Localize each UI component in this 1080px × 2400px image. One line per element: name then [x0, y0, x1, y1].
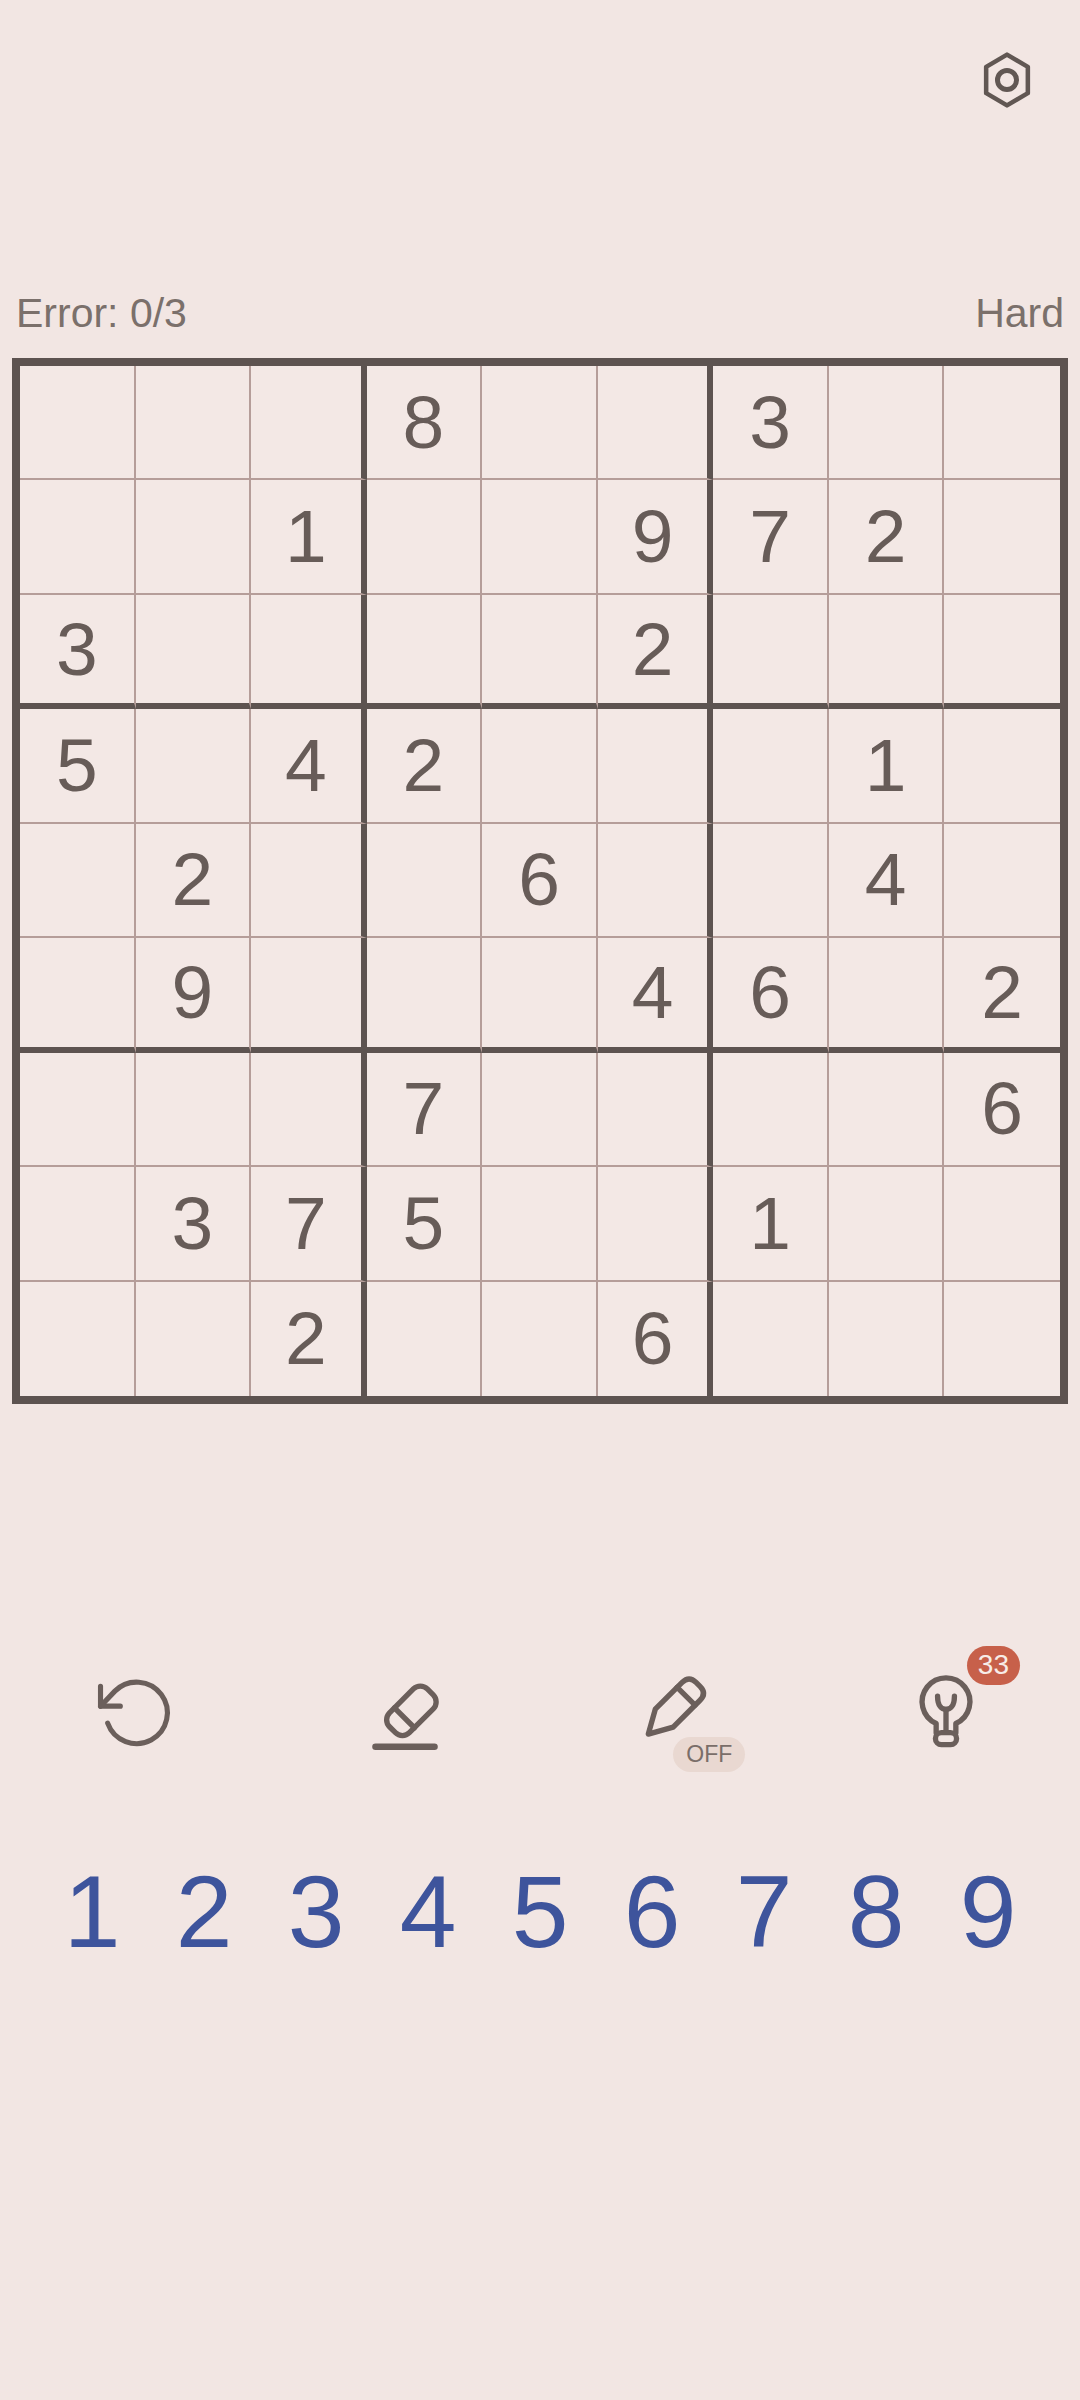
sudoku-cell-r9c9[interactable]: [944, 1282, 1060, 1396]
eraser-icon: [360, 1668, 450, 1758]
sudoku-cell-r8c5[interactable]: [482, 1167, 598, 1281]
undo-icon: [93, 1672, 175, 1754]
sudoku-cell-r3c3[interactable]: [251, 595, 367, 709]
sudoku-cell-r9c8[interactable]: [829, 1282, 945, 1396]
sudoku-cell-r1c5[interactable]: [482, 366, 598, 480]
sudoku-cell-r9c2[interactable]: [136, 1282, 252, 1396]
difficulty-label: Hard: [975, 290, 1064, 337]
sudoku-cell-r5c8[interactable]: 4: [829, 824, 945, 938]
sudoku-cell-r7c4[interactable]: 7: [367, 1053, 483, 1167]
numpad-1[interactable]: 1: [52, 1861, 132, 1963]
sudoku-cell-r7c1[interactable]: [20, 1053, 136, 1167]
undo-button[interactable]: [88, 1658, 180, 1768]
sudoku-cell-r8c1[interactable]: [20, 1167, 136, 1281]
sudoku-cell-r5c7[interactable]: [713, 824, 829, 938]
sudoku-cell-r8c4[interactable]: 5: [367, 1167, 483, 1281]
sudoku-cell-r2c6[interactable]: 9: [598, 480, 714, 594]
hint-count-badge: 33: [967, 1646, 1020, 1685]
sudoku-cell-r5c2[interactable]: 2: [136, 824, 252, 938]
sudoku-cell-r8c2[interactable]: 3: [136, 1167, 252, 1281]
sudoku-cell-r5c5[interactable]: 6: [482, 824, 598, 938]
sudoku-cell-r3c1[interactable]: 3: [20, 595, 136, 709]
pencil-mode-button[interactable]: OFF: [629, 1658, 721, 1768]
sudoku-cell-r3c8[interactable]: [829, 595, 945, 709]
sudoku-cell-r4c2[interactable]: [136, 709, 252, 823]
numpad-8[interactable]: 8: [836, 1861, 916, 1963]
sudoku-cell-r9c6[interactable]: 6: [598, 1282, 714, 1396]
sudoku-cell-r9c4[interactable]: [367, 1282, 483, 1396]
sudoku-cell-r8c9[interactable]: [944, 1167, 1060, 1281]
sudoku-cell-r7c7[interactable]: [713, 1053, 829, 1167]
sudoku-cell-r2c2[interactable]: [136, 480, 252, 594]
sudoku-cell-r7c5[interactable]: [482, 1053, 598, 1167]
sudoku-cell-r2c1[interactable]: [20, 480, 136, 594]
sudoku-cell-r3c7[interactable]: [713, 595, 829, 709]
sudoku-cell-r2c5[interactable]: [482, 480, 598, 594]
pencil-off-badge: OFF: [673, 1737, 745, 1772]
sudoku-cell-r7c9[interactable]: 6: [944, 1053, 1060, 1167]
sudoku-cell-r8c7[interactable]: 1: [713, 1167, 829, 1281]
sudoku-cell-r4c9[interactable]: [944, 709, 1060, 823]
sudoku-cell-r5c1[interactable]: [20, 824, 136, 938]
sudoku-cell-r1c1[interactable]: [20, 366, 136, 480]
sudoku-cell-r1c6[interactable]: [598, 366, 714, 480]
sudoku-cell-r2c8[interactable]: 2: [829, 480, 945, 594]
sudoku-cell-r4c4[interactable]: 2: [367, 709, 483, 823]
sudoku-cell-r8c3[interactable]: 7: [251, 1167, 367, 1281]
sudoku-cell-r2c9[interactable]: [944, 480, 1060, 594]
sudoku-cell-r5c3[interactable]: [251, 824, 367, 938]
sudoku-cell-r2c3[interactable]: 1: [251, 480, 367, 594]
numpad-5[interactable]: 5: [500, 1861, 580, 1963]
sudoku-cell-r6c3[interactable]: [251, 938, 367, 1052]
sudoku-cell-r2c4[interactable]: [367, 480, 483, 594]
sudoku-cell-r5c6[interactable]: [598, 824, 714, 938]
sudoku-cell-r2c7[interactable]: 7: [713, 480, 829, 594]
sudoku-cell-r5c9[interactable]: [944, 824, 1060, 938]
sudoku-cell-r7c3[interactable]: [251, 1053, 367, 1167]
sudoku-cell-r4c8[interactable]: 1: [829, 709, 945, 823]
sudoku-cell-r1c8[interactable]: [829, 366, 945, 480]
sudoku-cell-r3c4[interactable]: [367, 595, 483, 709]
sudoku-cell-r5c4[interactable]: [367, 824, 483, 938]
sudoku-cell-r3c2[interactable]: [136, 595, 252, 709]
numpad-3[interactable]: 3: [276, 1861, 356, 1963]
numpad-9[interactable]: 9: [948, 1861, 1028, 1963]
sudoku-cell-r1c9[interactable]: [944, 366, 1060, 480]
sudoku-cell-r6c5[interactable]: [482, 938, 598, 1052]
settings-button[interactable]: [972, 46, 1042, 116]
sudoku-cell-r1c7[interactable]: 3: [713, 366, 829, 480]
sudoku-cell-r6c8[interactable]: [829, 938, 945, 1052]
sudoku-cell-r8c8[interactable]: [829, 1167, 945, 1281]
sudoku-cell-r6c1[interactable]: [20, 938, 136, 1052]
hint-button[interactable]: 33: [900, 1658, 992, 1768]
numpad-4[interactable]: 4: [388, 1861, 468, 1963]
numpad-2[interactable]: 2: [164, 1861, 244, 1963]
sudoku-cell-r6c7[interactable]: 6: [713, 938, 829, 1052]
sudoku-cell-r4c3[interactable]: 4: [251, 709, 367, 823]
sudoku-cell-r9c5[interactable]: [482, 1282, 598, 1396]
sudoku-cell-r1c4[interactable]: 8: [367, 366, 483, 480]
sudoku-cell-r6c9[interactable]: 2: [944, 938, 1060, 1052]
sudoku-cell-r1c3[interactable]: [251, 366, 367, 480]
sudoku-cell-r8c6[interactable]: [598, 1167, 714, 1281]
toolbar: OFF 33: [0, 1658, 1080, 1768]
numpad-6[interactable]: 6: [612, 1861, 692, 1963]
sudoku-cell-r4c6[interactable]: [598, 709, 714, 823]
sudoku-board: 831972325421264946276375126: [12, 358, 1068, 1404]
sudoku-cell-r9c1[interactable]: [20, 1282, 136, 1396]
sudoku-cell-r7c6[interactable]: [598, 1053, 714, 1167]
sudoku-app-screen: Error: 0/3 Hard 831972325421264946276375…: [0, 0, 1080, 2400]
sudoku-cell-r9c7[interactable]: [713, 1282, 829, 1396]
number-pad: 123456789: [0, 1842, 1080, 1982]
sudoku-cell-r6c4[interactable]: [367, 938, 483, 1052]
sudoku-cell-r3c6[interactable]: 2: [598, 595, 714, 709]
sudoku-cell-r7c8[interactable]: [829, 1053, 945, 1167]
numpad-7[interactable]: 7: [724, 1861, 804, 1963]
sudoku-cell-r6c2[interactable]: 9: [136, 938, 252, 1052]
sudoku-cell-r3c9[interactable]: [944, 595, 1060, 709]
eraser-button[interactable]: [359, 1658, 451, 1768]
error-counter: Error: 0/3: [16, 290, 187, 337]
sudoku-cell-r4c5[interactable]: [482, 709, 598, 823]
sudoku-cell-r4c7[interactable]: [713, 709, 829, 823]
sudoku-cell-r1c2[interactable]: [136, 366, 252, 480]
sudoku-cell-r6c6[interactable]: 4: [598, 938, 714, 1052]
sudoku-cell-r7c2[interactable]: [136, 1053, 252, 1167]
sudoku-cell-r3c5[interactable]: [482, 595, 598, 709]
status-bar: Error: 0/3 Hard: [16, 290, 1064, 337]
sudoku-cell-r4c1[interactable]: 5: [20, 709, 136, 823]
settings-nut-icon: [978, 49, 1036, 114]
sudoku-cell-r9c3[interactable]: 2: [251, 1282, 367, 1396]
